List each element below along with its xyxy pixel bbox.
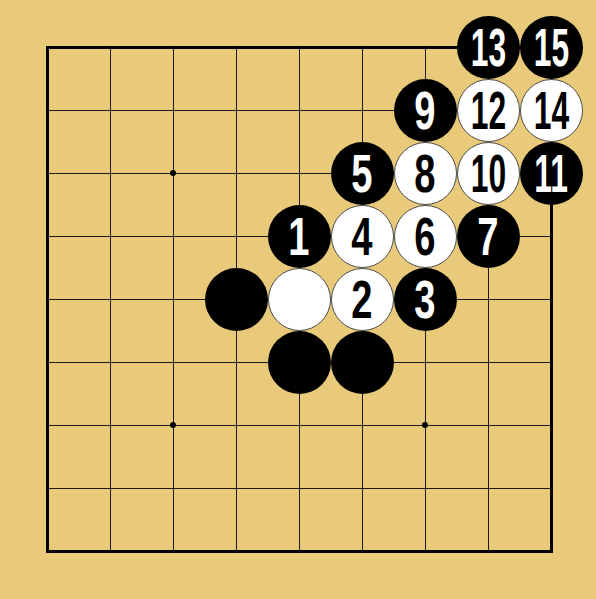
black-stone-7[interactable]: 7 [457, 205, 520, 268]
move-number: 8 [414, 147, 435, 200]
black-stone[interactable] [205, 268, 268, 331]
black-stone-13[interactable]: 13 [457, 16, 520, 79]
white-stone-10[interactable]: 10 [457, 142, 520, 205]
move-number: 2 [351, 273, 372, 326]
grid-hline [47, 425, 551, 426]
black-stone-9[interactable]: 9 [394, 79, 457, 142]
move-number: 11 [534, 147, 568, 200]
move-number: 1 [288, 210, 309, 263]
white-stone-12[interactable]: 12 [457, 79, 520, 142]
go-board[interactable]: 131591214581011146723 [0, 0, 596, 599]
white-stone[interactable] [268, 268, 331, 331]
black-stone[interactable] [268, 331, 331, 394]
move-number: 7 [477, 210, 498, 263]
star-point [422, 422, 428, 428]
black-stone-15[interactable]: 15 [520, 16, 583, 79]
white-stone-4[interactable]: 4 [331, 205, 394, 268]
white-stone-2[interactable]: 2 [331, 268, 394, 331]
black-stone-3[interactable]: 3 [394, 268, 457, 331]
grid-hline [47, 488, 551, 489]
move-number: 10 [470, 147, 505, 200]
move-number: 5 [351, 147, 372, 200]
move-number: 9 [414, 84, 435, 137]
star-point [170, 170, 176, 176]
black-stone[interactable] [331, 331, 394, 394]
white-stone-6[interactable]: 6 [394, 205, 457, 268]
move-number: 3 [414, 273, 435, 326]
black-stone-11[interactable]: 11 [520, 142, 583, 205]
white-stone-8[interactable]: 8 [394, 142, 457, 205]
white-stone-14[interactable]: 14 [520, 79, 583, 142]
star-point [170, 422, 176, 428]
black-stone-1[interactable]: 1 [268, 205, 331, 268]
move-number: 14 [533, 84, 568, 137]
move-number: 15 [533, 21, 568, 74]
move-number: 6 [414, 210, 435, 263]
move-number: 4 [351, 210, 372, 263]
black-stone-5[interactable]: 5 [331, 142, 394, 205]
move-number: 13 [470, 21, 505, 74]
move-number: 12 [470, 84, 505, 137]
